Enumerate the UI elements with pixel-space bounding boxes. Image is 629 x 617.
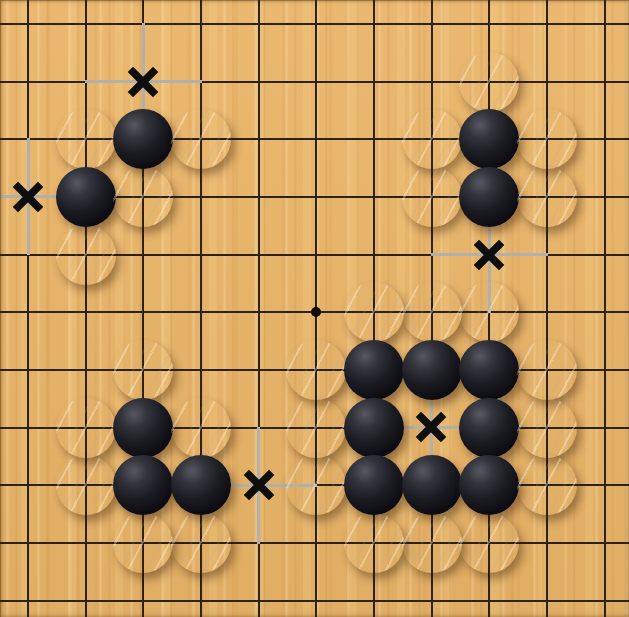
white-stone <box>459 52 519 112</box>
white-stone <box>286 340 346 400</box>
white-stone <box>517 398 577 458</box>
white-stone <box>517 167 577 227</box>
white-stone <box>56 455 116 515</box>
white-stone <box>402 513 462 573</box>
black-stone <box>56 167 116 227</box>
white-stone <box>459 513 519 573</box>
white-stone <box>171 109 231 169</box>
white-stone <box>286 455 346 515</box>
black-stone <box>402 340 462 400</box>
x-mark-icon <box>473 239 505 271</box>
black-stone <box>113 455 173 515</box>
black-stone <box>459 167 519 227</box>
white-stone <box>402 167 462 227</box>
black-stone <box>113 398 173 458</box>
black-stone <box>459 398 519 458</box>
white-stone <box>56 109 116 169</box>
white-stone <box>171 398 231 458</box>
white-stone <box>402 282 462 342</box>
black-stone <box>344 398 404 458</box>
white-stone <box>286 398 346 458</box>
white-stone <box>113 167 173 227</box>
x-mark[interactable] <box>415 411 447 443</box>
white-stone <box>113 513 173 573</box>
x-mark-icon <box>415 411 447 443</box>
x-mark[interactable] <box>127 66 159 98</box>
x-mark[interactable] <box>473 239 505 271</box>
white-stone <box>517 109 577 169</box>
white-stone <box>171 513 231 573</box>
black-stone <box>459 109 519 169</box>
white-stone <box>56 398 116 458</box>
x-mark[interactable] <box>243 469 275 501</box>
x-mark-icon <box>127 66 159 98</box>
white-stone <box>344 282 404 342</box>
black-stone <box>113 109 173 169</box>
black-stone <box>344 340 404 400</box>
x-mark-icon <box>12 181 44 213</box>
black-stone <box>402 455 462 515</box>
white-stone <box>517 340 577 400</box>
white-stone <box>344 513 404 573</box>
black-stone <box>344 455 404 515</box>
white-stone <box>459 282 519 342</box>
board-cells <box>0 0 629 617</box>
x-mark[interactable] <box>12 181 44 213</box>
black-stone <box>171 455 231 515</box>
white-stone <box>517 455 577 515</box>
black-stone <box>459 455 519 515</box>
x-mark-icon <box>243 469 275 501</box>
black-stone <box>459 340 519 400</box>
white-stone <box>402 109 462 169</box>
white-stone <box>113 340 173 400</box>
white-stone <box>56 225 116 285</box>
go-board[interactable] <box>0 0 629 617</box>
